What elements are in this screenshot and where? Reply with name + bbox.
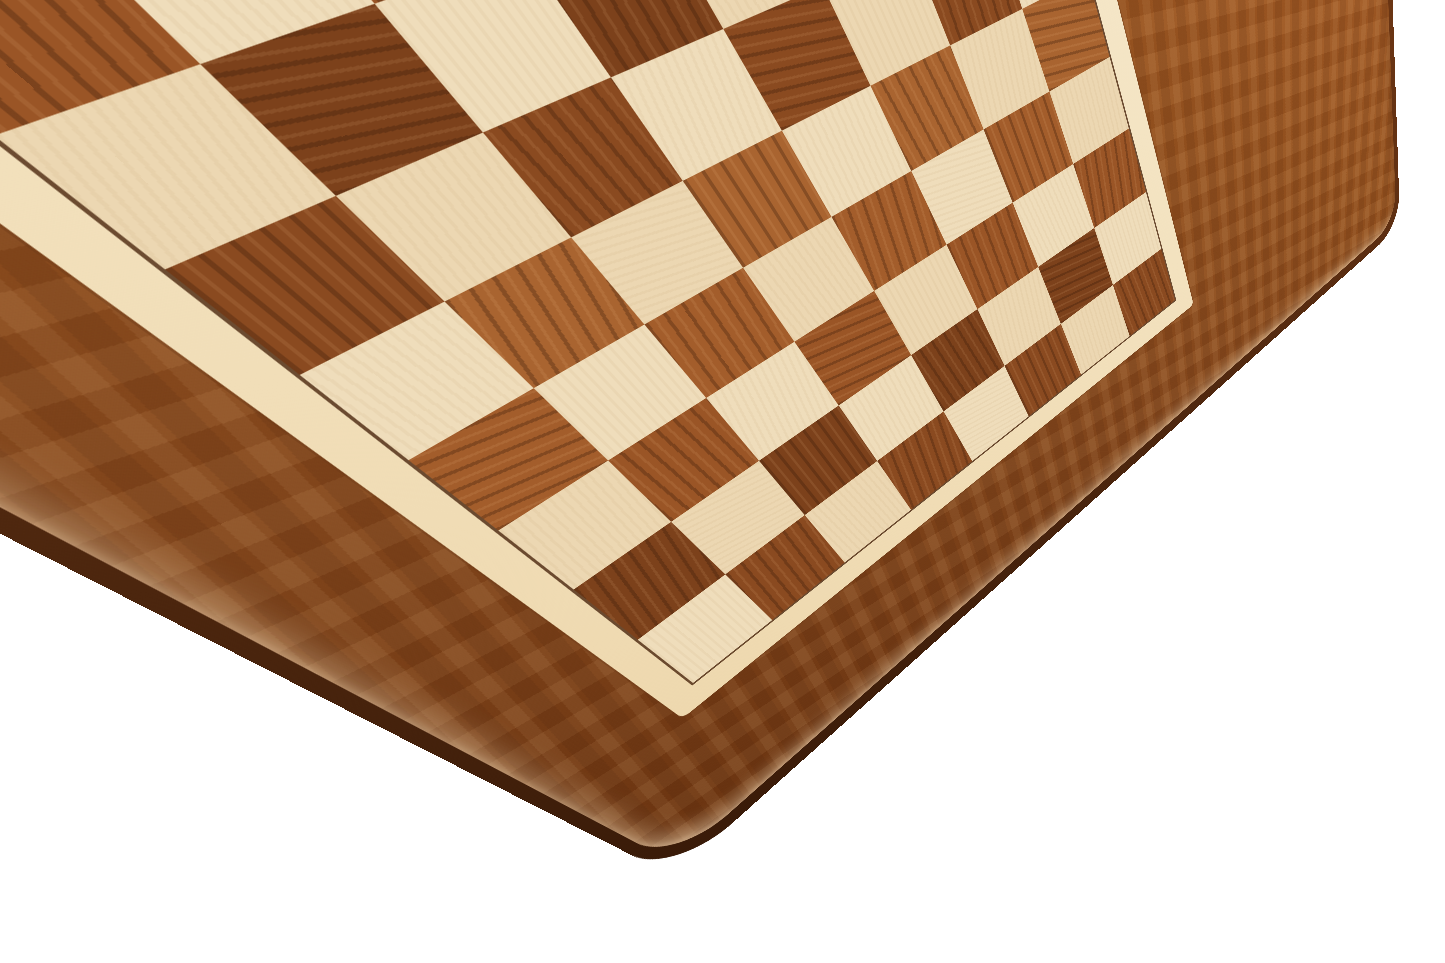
chess-board	[0, 0, 1175, 683]
product-photo-stage	[0, 0, 1445, 963]
